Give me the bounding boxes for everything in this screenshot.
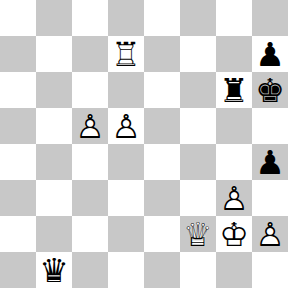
square-a4[interactable] (0, 144, 36, 180)
piece-white-king[interactable]: ♚♔ (216, 216, 252, 252)
piece-white-pawn[interactable]: ♟♙ (108, 108, 144, 144)
square-g5[interactable] (216, 108, 252, 144)
square-c2[interactable] (72, 216, 108, 252)
square-e8[interactable] (144, 0, 180, 36)
square-a1[interactable] (0, 252, 36, 288)
square-g4[interactable] (216, 144, 252, 180)
square-f5[interactable] (180, 108, 216, 144)
piece-black-rook[interactable]: ♜ (216, 72, 252, 108)
square-b2[interactable] (36, 216, 72, 252)
piece-white-rook[interactable]: ♜♖ (108, 36, 144, 72)
square-a7[interactable] (0, 36, 36, 72)
square-e7[interactable] (144, 36, 180, 72)
square-h8[interactable] (252, 0, 288, 36)
piece-black-pawn[interactable]: ♟ (252, 144, 288, 180)
square-f6[interactable] (180, 72, 216, 108)
square-b5[interactable] (36, 108, 72, 144)
square-g6[interactable]: ♜ (216, 72, 252, 108)
square-h1[interactable] (252, 252, 288, 288)
square-c3[interactable] (72, 180, 108, 216)
square-d8[interactable] (108, 0, 144, 36)
square-g1[interactable] (216, 252, 252, 288)
chessboard: ♜♖♟♜♚♟♙♟♙♟♟♙♛♕♚♔♟♙♛ (0, 0, 288, 288)
square-b1[interactable]: ♛ (36, 252, 72, 288)
square-c6[interactable] (72, 72, 108, 108)
square-b6[interactable] (36, 72, 72, 108)
square-h5[interactable] (252, 108, 288, 144)
square-a3[interactable] (0, 180, 36, 216)
piece-black-queen[interactable]: ♛ (36, 252, 72, 288)
square-c5[interactable]: ♟♙ (72, 108, 108, 144)
square-h4[interactable]: ♟ (252, 144, 288, 180)
white-pawn-glyph: ♙ (216, 180, 252, 216)
square-b4[interactable] (36, 144, 72, 180)
white-pawn-glyph: ♙ (72, 108, 108, 144)
piece-white-pawn[interactable]: ♟♙ (72, 108, 108, 144)
white-pawn-glyph: ♙ (252, 216, 288, 252)
square-b7[interactable] (36, 36, 72, 72)
square-f3[interactable] (180, 180, 216, 216)
square-c8[interactable] (72, 0, 108, 36)
square-d5[interactable]: ♟♙ (108, 108, 144, 144)
black-rook-glyph: ♜ (216, 72, 252, 108)
square-h6[interactable]: ♚ (252, 72, 288, 108)
square-c7[interactable] (72, 36, 108, 72)
square-d1[interactable] (108, 252, 144, 288)
piece-white-pawn[interactable]: ♟♙ (216, 180, 252, 216)
square-d6[interactable] (108, 72, 144, 108)
square-e5[interactable] (144, 108, 180, 144)
square-a2[interactable] (0, 216, 36, 252)
square-d2[interactable] (108, 216, 144, 252)
square-f2[interactable]: ♛♕ (180, 216, 216, 252)
white-rook-glyph: ♖ (108, 36, 144, 72)
square-a5[interactable] (0, 108, 36, 144)
square-a6[interactable] (0, 72, 36, 108)
square-e2[interactable] (144, 216, 180, 252)
square-e6[interactable] (144, 72, 180, 108)
square-c4[interactable] (72, 144, 108, 180)
square-b8[interactable] (36, 0, 72, 36)
piece-black-king[interactable]: ♚ (252, 72, 288, 108)
square-c1[interactable] (72, 252, 108, 288)
square-d4[interactable] (108, 144, 144, 180)
square-e4[interactable] (144, 144, 180, 180)
black-king-glyph: ♚ (252, 72, 288, 108)
white-king-glyph: ♔ (216, 216, 252, 252)
square-e1[interactable] (144, 252, 180, 288)
piece-white-queen[interactable]: ♛♕ (180, 216, 216, 252)
square-e3[interactable] (144, 180, 180, 216)
square-a8[interactable] (0, 0, 36, 36)
black-pawn-glyph: ♟ (252, 144, 288, 180)
square-f1[interactable] (180, 252, 216, 288)
square-g8[interactable] (216, 0, 252, 36)
square-f4[interactable] (180, 144, 216, 180)
square-h3[interactable] (252, 180, 288, 216)
black-queen-glyph: ♛ (36, 252, 72, 288)
square-g2[interactable]: ♚♔ (216, 216, 252, 252)
square-g7[interactable] (216, 36, 252, 72)
piece-black-pawn[interactable]: ♟ (252, 36, 288, 72)
square-f8[interactable] (180, 0, 216, 36)
white-pawn-glyph: ♙ (108, 108, 144, 144)
square-f7[interactable] (180, 36, 216, 72)
square-b3[interactable] (36, 180, 72, 216)
square-d3[interactable] (108, 180, 144, 216)
square-d7[interactable]: ♜♖ (108, 36, 144, 72)
square-h7[interactable]: ♟ (252, 36, 288, 72)
black-pawn-glyph: ♟ (252, 36, 288, 72)
piece-white-pawn[interactable]: ♟♙ (252, 216, 288, 252)
square-g3[interactable]: ♟♙ (216, 180, 252, 216)
white-queen-glyph: ♕ (180, 216, 216, 252)
square-h2[interactable]: ♟♙ (252, 216, 288, 252)
